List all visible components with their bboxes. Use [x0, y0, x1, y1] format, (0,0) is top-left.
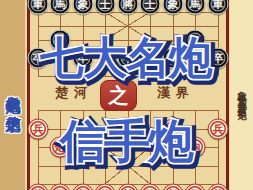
piece-black: 卒: [28, 48, 49, 69]
river-label-chu-he: 楚河: [55, 84, 93, 102]
piece-black: 卒: [73, 48, 94, 69]
piece-black: 卒: [163, 48, 184, 69]
piece-black: 卒: [118, 48, 139, 69]
right-caption-banner: 象棋七大名炮之首信手炮: [230, 0, 253, 190]
piece-red: 兵: [73, 119, 94, 140]
piece-red: 炮: [185, 137, 206, 158]
connector-badge-text: 之: [109, 82, 129, 109]
left-title-banner: 象棋七大名炮 之信手炮: [0, 0, 25, 190]
connector-badge: 之: [100, 80, 137, 111]
piece-black: 砲: [50, 30, 71, 51]
piece-red: 兵: [118, 119, 139, 140]
xiangqi-thumbnail[interactable]: 楚河 漢界 之 車馬象士將士象馬車砲砲卒卒卒卒卒兵兵兵兵兵炮炮俥傌相仕帥仕相傌俥…: [0, 0, 253, 190]
river-label-han-jie: 漢界: [157, 84, 195, 102]
piece-red: 兵: [208, 119, 229, 140]
piece-black: 卒: [208, 48, 229, 69]
xiangqi-board: 楚河 漢界 之 車馬象士將士象馬車砲砲卒卒卒卒卒兵兵兵兵兵炮炮俥傌相仕帥仕相傌俥: [0, 0, 253, 190]
piece-red: 兵: [28, 119, 49, 140]
piece-red: 兵: [163, 119, 184, 140]
piece-black: 砲: [185, 30, 206, 51]
piece-red: 炮: [50, 137, 71, 158]
